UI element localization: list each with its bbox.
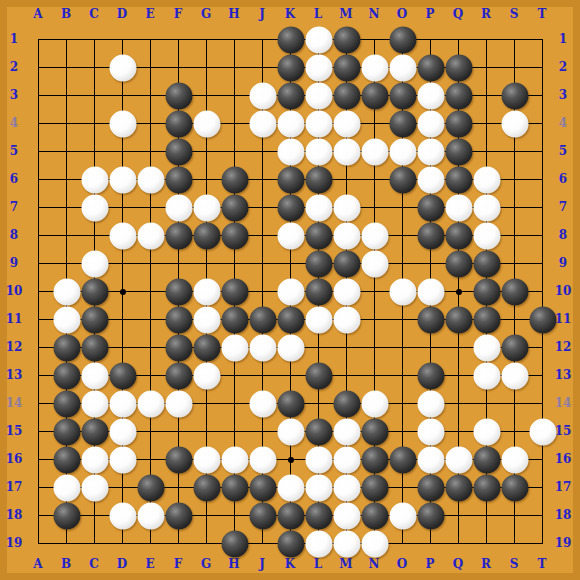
stone-black-N3 [361,82,388,109]
row-label-left: 9 [10,257,18,269]
stone-white-D18 [109,502,136,529]
col-label-bottom: J [259,558,265,570]
stone-black-O3 [389,82,416,109]
stone-black-B16 [53,446,80,473]
stone-black-P11 [417,306,444,333]
stone-white-K10 [277,278,304,305]
stone-white-M5 [333,138,360,165]
stone-white-J3 [249,82,276,109]
stone-black-G8 [193,222,220,249]
stone-white-Q7 [445,194,472,221]
stone-black-K19 [277,530,304,557]
stone-white-C17 [81,474,108,501]
row-label-left: 18 [6,509,23,521]
stone-black-R11 [473,306,500,333]
stone-white-L3 [305,82,332,109]
col-label-bottom: M [339,558,352,570]
stone-black-T11 [529,306,556,333]
stone-white-D6 [109,166,136,193]
col-label-bottom: L [314,558,322,570]
stone-black-J18 [249,502,276,529]
stone-black-P18 [417,502,444,529]
row-label-right: 1 [559,33,567,45]
stone-black-C11 [81,306,108,333]
col-label-bottom: A [33,558,42,570]
stone-white-R12 [473,334,500,361]
row-label-right: 9 [559,257,567,269]
row-label-right: 19 [555,537,572,549]
row-label-right: 4 [559,117,567,129]
stone-white-O5 [389,138,416,165]
stone-white-M15 [333,418,360,445]
stone-white-F14 [165,390,192,417]
row-label-left: 10 [6,285,23,297]
stone-white-R8 [473,222,500,249]
stone-black-Q17 [445,474,472,501]
col-label-top: A [33,8,42,20]
col-label-top: L [314,8,322,20]
row-label-left: 5 [10,145,18,157]
stone-white-L19 [305,530,332,557]
stone-white-P14 [417,390,444,417]
stone-black-F13 [165,362,192,389]
stone-black-K7 [277,194,304,221]
row-label-right: 18 [555,509,572,521]
row-label-right: 10 [555,285,572,297]
stone-white-N9 [361,250,388,277]
stone-black-P7 [417,194,444,221]
stone-black-Q11 [445,306,472,333]
col-label-bottom: R [481,558,491,570]
stone-black-B15 [53,418,80,445]
stone-white-K8 [277,222,304,249]
row-label-left: 4 [10,117,18,129]
stone-white-G4 [193,110,220,137]
stone-white-P16 [417,446,444,473]
stone-black-F6 [165,166,192,193]
col-label-top: O [397,8,407,20]
col-label-bottom: B [61,558,71,570]
stone-black-H17 [221,474,248,501]
col-label-bottom: E [145,558,154,570]
stone-black-F10 [165,278,192,305]
stone-white-N8 [361,222,388,249]
stone-black-F8 [165,222,192,249]
stone-white-M4 [333,110,360,137]
stone-white-G11 [193,306,220,333]
stone-white-L17 [305,474,332,501]
stone-white-M16 [333,446,360,473]
stone-white-B10 [53,278,80,305]
stone-black-B14 [53,390,80,417]
stone-black-K6 [277,166,304,193]
stone-black-R9 [473,250,500,277]
stone-black-K18 [277,502,304,529]
stone-black-B12 [53,334,80,361]
col-label-top: T [538,8,547,20]
stone-black-E17 [137,474,164,501]
stone-black-L9 [305,250,332,277]
stone-white-E18 [137,502,164,529]
stone-white-O18 [389,502,416,529]
stone-white-S13 [501,362,528,389]
row-label-left: 2 [10,61,18,73]
stone-white-D15 [109,418,136,445]
hoshi-point [288,457,294,463]
stone-black-L15 [305,418,332,445]
col-label-top: F [174,8,183,20]
col-label-bottom: Q [453,558,463,570]
stone-black-L8 [305,222,332,249]
stone-black-H10 [221,278,248,305]
row-label-right: 15 [555,425,572,437]
stone-white-G7 [193,194,220,221]
stone-white-J14 [249,390,276,417]
stone-black-B18 [53,502,80,529]
stone-white-L5 [305,138,332,165]
row-label-left: 7 [10,201,18,213]
stone-white-M11 [333,306,360,333]
hoshi-point [456,289,462,295]
grid-line-vertical [542,39,543,544]
stone-white-P4 [417,110,444,137]
stone-black-M14 [333,390,360,417]
stone-black-R17 [473,474,500,501]
col-label-top: Q [453,8,463,20]
stone-black-H7 [221,194,248,221]
stone-black-N18 [361,502,388,529]
col-label-top: G [201,8,211,20]
row-label-right: 2 [559,61,567,73]
stone-black-D13 [109,362,136,389]
stone-white-R6 [473,166,500,193]
stone-black-N15 [361,418,388,445]
stone-black-Q2 [445,54,472,81]
stone-black-Q5 [445,138,472,165]
stone-white-C7 [81,194,108,221]
stone-black-F12 [165,334,192,361]
row-label-right: 16 [555,453,572,465]
col-label-bottom: T [538,558,547,570]
stone-white-L4 [305,110,332,137]
stone-black-F16 [165,446,192,473]
stone-white-O2 [389,54,416,81]
stone-black-Q6 [445,166,472,193]
stone-black-P13 [417,362,444,389]
col-label-top: B [61,8,71,20]
stone-black-J11 [249,306,276,333]
stone-white-P15 [417,418,444,445]
stone-black-F5 [165,138,192,165]
stone-white-L1 [305,26,332,53]
stone-white-J12 [249,334,276,361]
stone-black-N16 [361,446,388,473]
row-label-left: 11 [6,313,23,325]
stone-white-D4 [109,110,136,137]
row-label-right: 3 [559,89,567,101]
col-label-top: E [145,8,154,20]
stone-white-G13 [193,362,220,389]
stone-black-P2 [417,54,444,81]
stone-white-N14 [361,390,388,417]
stone-black-R10 [473,278,500,305]
stone-black-O16 [389,446,416,473]
stone-black-O1 [389,26,416,53]
col-label-top: M [339,8,352,20]
row-label-left: 19 [6,537,23,549]
stone-white-D16 [109,446,136,473]
stone-black-B13 [53,362,80,389]
stone-white-G16 [193,446,220,473]
stone-black-K2 [277,54,304,81]
stone-black-C15 [81,418,108,445]
stone-white-K15 [277,418,304,445]
stone-white-P5 [417,138,444,165]
stone-white-C9 [81,250,108,277]
stone-white-K17 [277,474,304,501]
row-label-right: 7 [559,201,567,213]
col-label-bottom: D [117,558,127,570]
col-label-bottom: P [425,558,434,570]
stone-white-R7 [473,194,500,221]
row-label-left: 1 [10,33,18,45]
col-label-top: S [510,8,519,20]
stone-white-D8 [109,222,136,249]
row-label-left: 13 [6,369,23,381]
stone-black-S12 [501,334,528,361]
stone-white-P3 [417,82,444,109]
row-label-left: 14 [6,397,23,409]
stone-white-K12 [277,334,304,361]
stone-white-M7 [333,194,360,221]
col-label-bottom: F [174,558,183,570]
stone-black-G17 [193,474,220,501]
stone-white-N19 [361,530,388,557]
stone-white-D2 [109,54,136,81]
stone-white-L11 [305,306,332,333]
stone-black-F11 [165,306,192,333]
stone-black-K11 [277,306,304,333]
stone-white-S4 [501,110,528,137]
stone-white-M18 [333,502,360,529]
stone-black-C10 [81,278,108,305]
stone-white-D14 [109,390,136,417]
stone-black-O4 [389,110,416,137]
col-label-bottom: N [369,558,380,570]
stone-white-J4 [249,110,276,137]
col-label-bottom: K [285,558,295,570]
stone-white-T15 [529,418,556,445]
stone-white-K5 [277,138,304,165]
stone-black-H19 [221,530,248,557]
stone-black-Q9 [445,250,472,277]
col-label-top: P [425,8,434,20]
col-label-top: K [285,8,295,20]
col-label-top: R [481,8,491,20]
stone-black-S10 [501,278,528,305]
stone-black-O6 [389,166,416,193]
stone-white-J16 [249,446,276,473]
go-board[interactable]: AABBCCDDEEFFGGHHJJKKLLMMNNOOPPQQRRSSTT11… [0,0,580,580]
row-label-right: 11 [555,313,572,325]
stone-black-F4 [165,110,192,137]
row-label-right: 12 [555,341,572,353]
stone-white-E8 [137,222,164,249]
row-label-right: 14 [555,397,572,409]
stone-black-K3 [277,82,304,109]
stone-white-C13 [81,362,108,389]
stone-black-M1 [333,26,360,53]
stone-white-L2 [305,54,332,81]
col-label-top: J [259,8,265,20]
col-label-bottom: H [228,558,239,570]
stone-white-M10 [333,278,360,305]
stone-black-S3 [501,82,528,109]
stone-black-F3 [165,82,192,109]
row-label-left: 3 [10,89,18,101]
row-label-right: 17 [555,481,572,493]
stone-white-E14 [137,390,164,417]
stone-white-P10 [417,278,444,305]
row-label-left: 8 [10,229,18,241]
stone-black-K1 [277,26,304,53]
stone-black-M2 [333,54,360,81]
row-label-right: 13 [555,369,572,381]
stone-white-C6 [81,166,108,193]
stone-black-H6 [221,166,248,193]
row-label-left: 6 [10,173,18,185]
row-label-right: 8 [559,229,567,241]
row-label-left: 12 [6,341,23,353]
stone-white-K4 [277,110,304,137]
col-label-top: H [228,8,239,20]
row-label-right: 5 [559,145,567,157]
row-label-left: 15 [6,425,23,437]
stone-white-L16 [305,446,332,473]
stone-white-B17 [53,474,80,501]
stone-black-L18 [305,502,332,529]
stone-white-C14 [81,390,108,417]
stone-white-N2 [361,54,388,81]
stone-white-O10 [389,278,416,305]
stone-white-E6 [137,166,164,193]
stone-white-M17 [333,474,360,501]
stone-black-Q8 [445,222,472,249]
row-label-left: 16 [6,453,23,465]
stone-black-H11 [221,306,248,333]
stone-black-K14 [277,390,304,417]
col-label-bottom: O [397,558,407,570]
stone-black-L6 [305,166,332,193]
stone-white-S16 [501,446,528,473]
stone-black-L10 [305,278,332,305]
row-label-right: 6 [559,173,567,185]
row-label-left: 17 [6,481,23,493]
col-label-bottom: C [89,558,99,570]
stone-black-Q4 [445,110,472,137]
stone-black-F18 [165,502,192,529]
stone-black-H8 [221,222,248,249]
stone-white-L7 [305,194,332,221]
stone-white-C16 [81,446,108,473]
stone-white-Q16 [445,446,472,473]
col-label-top: C [89,8,99,20]
stone-white-G10 [193,278,220,305]
stone-black-P17 [417,474,444,501]
stone-white-P6 [417,166,444,193]
stone-black-M9 [333,250,360,277]
col-label-bottom: S [510,558,519,570]
stone-black-G12 [193,334,220,361]
stone-black-S17 [501,474,528,501]
stone-black-L13 [305,362,332,389]
stone-black-M3 [333,82,360,109]
stone-black-R16 [473,446,500,473]
stone-white-H16 [221,446,248,473]
stone-white-R15 [473,418,500,445]
stone-white-R13 [473,362,500,389]
stone-white-H12 [221,334,248,361]
stone-black-P8 [417,222,444,249]
stone-black-J17 [249,474,276,501]
stone-white-M8 [333,222,360,249]
stone-black-C12 [81,334,108,361]
stone-white-M19 [333,530,360,557]
stone-black-Q3 [445,82,472,109]
col-label-top: D [117,8,127,20]
hoshi-point [120,289,126,295]
col-label-bottom: G [201,558,211,570]
col-label-top: N [369,8,380,20]
stone-white-B11 [53,306,80,333]
stone-white-N5 [361,138,388,165]
stone-black-N17 [361,474,388,501]
stone-white-F7 [165,194,192,221]
